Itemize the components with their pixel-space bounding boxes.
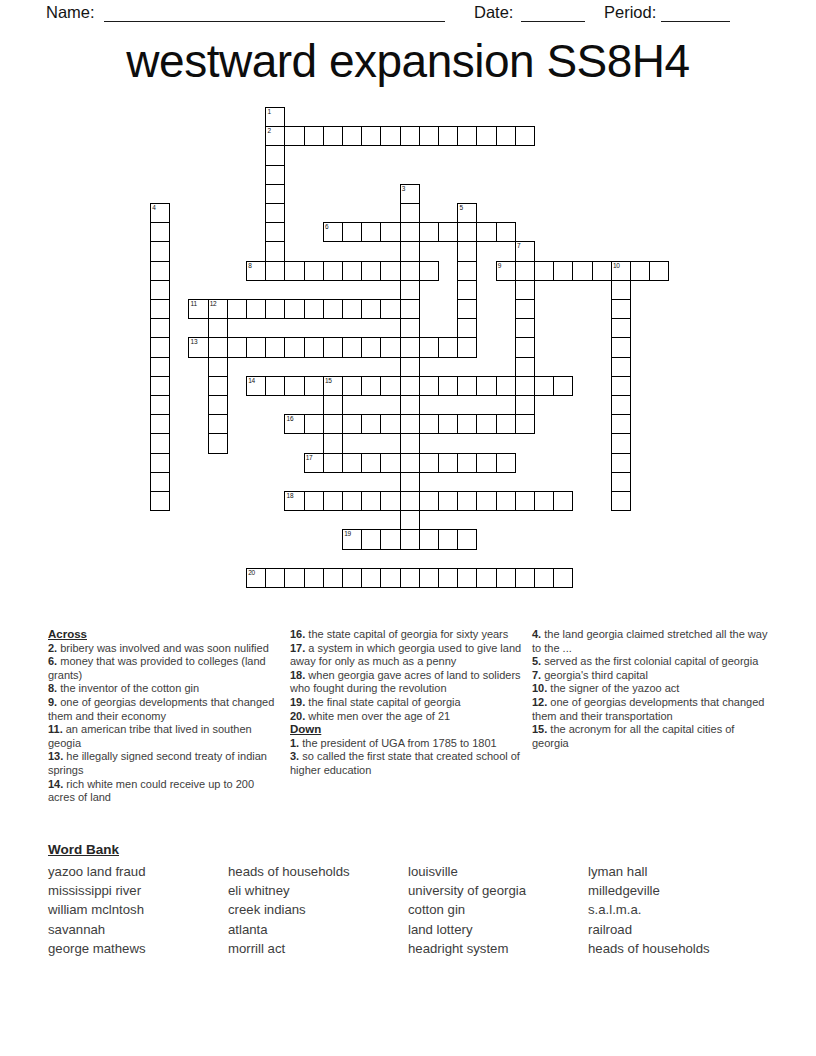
grid-cell[interactable] [265, 337, 285, 357]
grid-cell[interactable] [208, 433, 228, 453]
grid-cell[interactable] [361, 453, 381, 473]
grid-cell[interactable] [515, 568, 535, 588]
grid-cell[interactable] [400, 261, 420, 281]
grid-cell[interactable]: 10 [611, 261, 631, 281]
grid-cell[interactable] [496, 126, 516, 146]
grid-cell[interactable] [457, 414, 477, 434]
grid-cell[interactable] [400, 337, 420, 357]
grid-cell[interactable] [361, 414, 381, 434]
clue-down-4: 4. the land georgia claimed stretched al… [532, 628, 768, 655]
grid-cell[interactable] [208, 337, 228, 357]
grid-cell[interactable] [515, 318, 535, 338]
grid-cell[interactable] [611, 414, 631, 434]
grid-cell[interactable] [400, 453, 420, 473]
cell-number: 12 [210, 300, 217, 307]
grid-cell[interactable] [457, 318, 477, 338]
grid-cell[interactable] [457, 376, 477, 396]
date-input-line[interactable] [521, 4, 585, 22]
grid-cell[interactable] [515, 395, 535, 415]
grid-cell[interactable] [476, 126, 496, 146]
grid-cell[interactable] [515, 357, 535, 377]
clue-down-15: 15. the acronym for all the capital citi… [532, 723, 768, 750]
grid-cell[interactable] [496, 376, 516, 396]
grid-cell[interactable] [611, 395, 631, 415]
grid-cell[interactable] [150, 472, 170, 492]
grid-cell[interactable] [208, 376, 228, 396]
grid-cell[interactable] [496, 491, 516, 511]
grid-cell[interactable] [476, 568, 496, 588]
grid-cell[interactable] [419, 414, 439, 434]
clue-number: 5. [532, 655, 541, 667]
clue-down-10: 10. the signer of the yazoo act [532, 682, 768, 696]
grid-cell[interactable] [438, 222, 458, 242]
grid-cell[interactable] [265, 568, 285, 588]
word-bank-item: heads of households [228, 862, 408, 881]
word-bank-item: creek indians [228, 900, 408, 919]
grid-cell[interactable] [400, 491, 420, 511]
grid-cell[interactable]: 17 [304, 453, 324, 473]
word-bank-item: atlanta [228, 920, 408, 939]
grid-cell[interactable]: 6 [323, 222, 343, 242]
grid-cell[interactable] [323, 395, 343, 415]
clue-across-19: 19. the final state capital of georgia [290, 696, 526, 710]
word-bank-item: heads of households [588, 939, 768, 958]
grid-cell[interactable] [476, 414, 496, 434]
grid-cell[interactable] [400, 203, 420, 223]
grid-cell[interactable] [438, 568, 458, 588]
grid-cell[interactable] [400, 433, 420, 453]
word-bank-item: savannah [48, 920, 228, 939]
grid-cell[interactable] [572, 261, 592, 281]
grid-cell[interactable] [400, 222, 420, 242]
clue-number: 1. [290, 737, 299, 749]
period-input-line[interactable] [661, 4, 730, 22]
clue-number: 4. [532, 628, 541, 640]
grid-cell[interactable] [150, 414, 170, 434]
grid-cell[interactable]: 7 [515, 241, 535, 261]
grid-cell[interactable] [419, 261, 439, 281]
grid-cell[interactable] [380, 299, 400, 319]
clue-number: 11. [48, 723, 63, 735]
grid-cell[interactable] [457, 453, 477, 473]
grid-cell[interactable] [400, 414, 420, 434]
grid-cell[interactable] [553, 376, 573, 396]
grid-cell[interactable] [476, 376, 496, 396]
word-bank-item: cotton gin [408, 900, 588, 919]
clue-across-18: 18. when georgia gave acres of land to s… [290, 669, 526, 696]
grid-cell[interactable]: 14 [246, 376, 266, 396]
cell-number: 20 [248, 569, 255, 576]
grid-cell[interactable] [400, 472, 420, 492]
grid-cell[interactable] [419, 453, 439, 473]
cell-number: 3 [402, 185, 405, 192]
grid-cell[interactable] [515, 414, 535, 434]
cell-number: 13 [191, 338, 198, 345]
grid-cell[interactable] [611, 491, 631, 511]
clue-across-17: 17. a system in which georgia used to gi… [290, 642, 526, 669]
grid-cell[interactable] [150, 261, 170, 281]
clue-across-8: 8. the inventor of the cotton gin [48, 682, 284, 696]
grid-cell[interactable] [400, 318, 420, 338]
grid-cell[interactable] [419, 126, 439, 146]
grid-cell[interactable] [515, 299, 535, 319]
cell-number: 10 [613, 262, 620, 269]
grid-cell[interactable] [400, 529, 420, 549]
word-bank-item: headright system [408, 939, 588, 958]
grid-cell[interactable] [457, 222, 477, 242]
cell-number: 11 [191, 300, 197, 307]
name-input-line[interactable] [104, 4, 445, 22]
grid-cell[interactable]: 9 [496, 261, 516, 281]
grid-cell[interactable] [457, 126, 477, 146]
grid-cell[interactable] [611, 433, 631, 453]
grid-cell[interactable] [400, 376, 420, 396]
grid-cell[interactable] [284, 126, 304, 146]
grid-cell[interactable] [457, 241, 477, 261]
grid-cell[interactable] [265, 165, 285, 185]
grid-cell[interactable] [246, 299, 266, 319]
grid-cell[interactable] [400, 395, 420, 415]
grid-cell[interactable] [515, 337, 535, 357]
grid-cell[interactable] [361, 261, 381, 281]
grid-cell[interactable] [323, 299, 343, 319]
word-bank-column-1: yazoo land fraudmississippi riverwilliam… [48, 862, 228, 958]
grid-cell[interactable] [419, 491, 439, 511]
grid-cell[interactable]: 12 [208, 299, 228, 319]
grid-cell[interactable] [208, 318, 228, 338]
grid-cell[interactable] [304, 299, 324, 319]
grid-cell[interactable]: 18 [284, 491, 304, 511]
grid-cell[interactable] [361, 299, 381, 319]
clue-across-13: 13. he illegally signed second treaty of… [48, 750, 284, 777]
grid-cell[interactable] [150, 395, 170, 415]
word-bank-column-3: louisvilleuniversity of georgiacotton gi… [408, 862, 588, 958]
grid-cell[interactable] [496, 453, 516, 473]
grid-cell[interactable] [150, 280, 170, 300]
cell-number: 7 [517, 242, 520, 249]
clue-across-16: 16. the state capital of georgia for six… [290, 628, 526, 642]
grid-cell[interactable]: 5 [457, 203, 477, 223]
grid-cell[interactable] [150, 376, 170, 396]
grid-cell[interactable] [342, 491, 362, 511]
grid-cell[interactable] [342, 414, 362, 434]
grid-cell[interactable] [150, 241, 170, 261]
grid-cell[interactable] [342, 376, 362, 396]
word-bank-item: s.a.l.m.a. [588, 900, 768, 919]
grid-cell[interactable] [323, 568, 343, 588]
grid-cell[interactable] [323, 126, 343, 146]
grid-cell[interactable] [457, 261, 477, 281]
clue-down-7: 7. georgia's third capital [532, 669, 768, 683]
grid-cell[interactable] [515, 261, 535, 281]
grid-cell[interactable] [342, 299, 362, 319]
word-bank-item: railroad [588, 920, 768, 939]
grid-cell[interactable] [400, 126, 420, 146]
grid-cell[interactable] [265, 376, 285, 396]
grid-cell[interactable] [150, 222, 170, 242]
grid-cell[interactable] [380, 222, 400, 242]
grid-cell[interactable] [361, 529, 381, 549]
grid-cell[interactable] [380, 491, 400, 511]
grid-cell[interactable] [227, 299, 247, 319]
grid-cell[interactable] [284, 376, 304, 396]
cell-number: 8 [248, 262, 251, 269]
grid-cell[interactable] [323, 337, 343, 357]
word-bank-column-2: heads of householdseli whitneycreek indi… [228, 862, 408, 958]
grid-cell[interactable] [265, 222, 285, 242]
grid-cell[interactable] [265, 184, 285, 204]
grid-cell[interactable] [208, 357, 228, 377]
grid-cell[interactable] [342, 222, 362, 242]
clue-down-3: 3. so called the first state that create… [290, 750, 526, 777]
grid-cell[interactable]: 20 [246, 568, 266, 588]
grid-cell[interactable] [361, 337, 381, 357]
grid-cell[interactable] [419, 529, 439, 549]
grid-cell[interactable] [611, 453, 631, 473]
grid-cell[interactable] [265, 261, 285, 281]
clue-across-2: 2. bribery was involved and was soon nul… [48, 642, 284, 656]
grid-cell[interactable] [342, 261, 362, 281]
grid-cell[interactable] [553, 491, 573, 511]
grid-cell[interactable] [400, 241, 420, 261]
grid-cell[interactable] [611, 337, 631, 357]
grid-cell[interactable] [380, 126, 400, 146]
cell-number: 5 [459, 204, 462, 211]
grid-cell[interactable] [150, 337, 170, 357]
grid-cell[interactable] [438, 491, 458, 511]
clue-down-12: 12. one of georgias developments that ch… [532, 696, 768, 723]
grid-cell[interactable] [150, 357, 170, 377]
grid-cell[interactable]: 2 [265, 126, 285, 146]
grid-cell[interactable] [304, 261, 324, 281]
clue-down-1: 1. the president of UGA from 1785 to 180… [290, 737, 526, 751]
clue-number: 6. [48, 655, 57, 667]
clue-number: 19. [290, 696, 305, 708]
grid-cell[interactable] [534, 376, 554, 396]
grid-cell[interactable] [323, 491, 343, 511]
grid-cell[interactable] [496, 414, 516, 434]
grid-cell[interactable]: 3 [400, 184, 420, 204]
grid-cell[interactable] [611, 318, 631, 338]
grid-cell[interactable] [380, 376, 400, 396]
grid-cell[interactable] [304, 376, 324, 396]
grid-cell[interactable] [611, 357, 631, 377]
grid-cell[interactable] [457, 337, 477, 357]
grid-cell[interactable] [380, 261, 400, 281]
grid-cell[interactable] [438, 414, 458, 434]
grid-cell[interactable] [361, 568, 381, 588]
grid-cell[interactable] [304, 491, 324, 511]
grid-cell[interactable] [649, 261, 669, 281]
grid-cell[interactable] [476, 491, 496, 511]
grid-cell[interactable] [438, 453, 458, 473]
grid-cell[interactable]: 4 [150, 203, 170, 223]
grid-cell[interactable] [284, 299, 304, 319]
grid-cell[interactable] [304, 568, 324, 588]
grid-cell[interactable] [496, 222, 516, 242]
grid-cell[interactable] [534, 491, 554, 511]
grid-cell[interactable] [150, 299, 170, 319]
grid-cell[interactable] [380, 337, 400, 357]
clue-number: 13. [48, 750, 63, 762]
grid-cell[interactable] [534, 568, 554, 588]
grid-cell[interactable] [592, 261, 612, 281]
grid-cell[interactable] [323, 453, 343, 473]
clue-number: 18. [290, 669, 305, 681]
grid-cell[interactable] [342, 126, 362, 146]
clue-across-20: 20. white men over the age of 21 [290, 710, 526, 724]
grid-cell[interactable] [380, 568, 400, 588]
grid-cell[interactable] [284, 337, 304, 357]
grid-cell[interactable] [457, 529, 477, 549]
clue-across-6: 6. money that was provided to colleges (… [48, 655, 284, 682]
grid-cell[interactable] [265, 145, 285, 165]
word-bank-item: yazoo land fraud [48, 862, 228, 881]
word-bank-item: louisville [408, 862, 588, 881]
grid-cell[interactable] [304, 414, 324, 434]
grid-cell[interactable] [323, 433, 343, 453]
word-bank-item: mississippi river [48, 881, 228, 900]
grid-cell[interactable] [265, 203, 285, 223]
word-bank-item: lyman hall [588, 862, 768, 881]
grid-cell[interactable]: 19 [342, 529, 362, 549]
grid-cell[interactable] [457, 491, 477, 511]
grid-cell[interactable] [342, 337, 362, 357]
clues-column-1: Across2. bribery was involved and was so… [48, 628, 284, 805]
grid-cell[interactable] [227, 337, 247, 357]
clue-number: 8. [48, 682, 57, 694]
grid-cell[interactable] [496, 568, 516, 588]
clue-number: 2. [48, 642, 57, 654]
grid-cell[interactable] [284, 568, 304, 588]
cell-number: 4 [152, 204, 155, 211]
across-heading: Across [48, 628, 284, 642]
grid-cell[interactable] [611, 472, 631, 492]
grid-cell[interactable] [419, 376, 439, 396]
grid-cell[interactable]: 16 [284, 414, 304, 434]
grid-cell[interactable] [611, 299, 631, 319]
word-bank-heading: Word Bank [48, 842, 119, 857]
grid-cell[interactable] [515, 491, 535, 511]
grid-cell[interactable] [304, 126, 324, 146]
word-bank-item: morrill act [228, 939, 408, 958]
clue-across-14: 14. rich white men could receive up to 2… [48, 778, 284, 805]
cell-number: 2 [267, 127, 270, 134]
grid-cell[interactable] [208, 395, 228, 415]
clues-column-2: 16. the state capital of georgia for six… [290, 628, 526, 778]
grid-cell[interactable] [438, 126, 458, 146]
grid-cell[interactable] [208, 414, 228, 434]
grid-cell[interactable] [400, 357, 420, 377]
clue-number: 12. [532, 696, 547, 708]
clues-column-3: 4. the land georgia claimed stretched al… [532, 628, 768, 750]
grid-cell[interactable] [400, 568, 420, 588]
grid-cell[interactable] [150, 433, 170, 453]
grid-cell[interactable]: 13 [188, 337, 208, 357]
grid-cell[interactable] [515, 126, 535, 146]
grid-cell[interactable]: 15 [323, 376, 343, 396]
clue-down-5: 5. served as the first colonial capital … [532, 655, 768, 669]
cell-number: 1 [267, 108, 270, 115]
grid-cell[interactable] [150, 491, 170, 511]
grid-cell[interactable] [457, 280, 477, 300]
grid-cell[interactable] [150, 318, 170, 338]
grid-cell[interactable]: 1 [265, 107, 285, 127]
grid-cell[interactable] [457, 568, 477, 588]
grid-cell[interactable] [534, 261, 554, 281]
grid-cell[interactable] [476, 453, 496, 473]
grid-cell[interactable] [438, 337, 458, 357]
grid-cell[interactable] [246, 337, 266, 357]
word-bank: yazoo land fraudmississippi riverwilliam… [48, 862, 768, 958]
worksheet-page: Name: Date: Period: westward expansion S… [0, 0, 816, 1056]
grid-cell[interactable] [400, 510, 420, 530]
word-bank-item: milledgeville [588, 881, 768, 900]
grid-cell[interactable] [611, 376, 631, 396]
grid-cell[interactable] [515, 376, 535, 396]
grid-cell[interactable] [361, 126, 381, 146]
clue-number: 20. [290, 710, 305, 722]
grid-cell[interactable] [380, 453, 400, 473]
grid-cell[interactable] [400, 299, 420, 319]
grid-cell[interactable] [476, 222, 496, 242]
cell-number: 9 [498, 262, 501, 269]
grid-cell[interactable] [611, 280, 631, 300]
grid-cell[interactable] [284, 261, 304, 281]
period-label: Period: [604, 3, 656, 22]
grid-cell[interactable] [438, 529, 458, 549]
grid-cell[interactable] [419, 222, 439, 242]
grid-cell[interactable] [265, 241, 285, 261]
word-bank-item: university of georgia [408, 881, 588, 900]
grid-cell[interactable] [150, 453, 170, 473]
grid-cell[interactable] [361, 491, 381, 511]
page-title: westward expansion SS8H4 [0, 33, 816, 89]
clue-number: 17. [290, 642, 305, 654]
grid-cell[interactable] [380, 414, 400, 434]
grid-cell[interactable] [553, 568, 573, 588]
grid-cell[interactable] [304, 337, 324, 357]
grid-cell[interactable] [457, 299, 477, 319]
grid-cell[interactable] [419, 337, 439, 357]
grid-cell[interactable] [361, 222, 381, 242]
clue-number: 16. [290, 628, 305, 640]
word-bank-item: land lottery [408, 920, 588, 939]
grid-cell[interactable] [342, 453, 362, 473]
word-bank-item: william mclntosh [48, 900, 228, 919]
grid-cell[interactable] [361, 376, 381, 396]
cell-number: 14 [248, 377, 255, 384]
clue-number: 10. [532, 682, 547, 694]
grid-cell[interactable]: 8 [246, 261, 266, 281]
grid-cell[interactable] [380, 529, 400, 549]
grid-cell[interactable] [323, 261, 343, 281]
grid-cell[interactable] [265, 299, 285, 319]
down-heading: Down [290, 723, 526, 737]
grid-cell[interactable] [630, 261, 650, 281]
grid-cell[interactable] [342, 568, 362, 588]
grid-cell[interactable] [553, 261, 573, 281]
grid-cell[interactable] [323, 414, 343, 434]
grid-cell[interactable] [400, 280, 420, 300]
grid-cell[interactable] [438, 376, 458, 396]
date-label: Date: [474, 3, 513, 22]
grid-cell[interactable]: 11 [188, 299, 208, 319]
grid-cell[interactable] [515, 280, 535, 300]
clue-number: 14. [48, 778, 63, 790]
word-bank-item: eli whitney [228, 881, 408, 900]
grid-cell[interactable] [419, 568, 439, 588]
